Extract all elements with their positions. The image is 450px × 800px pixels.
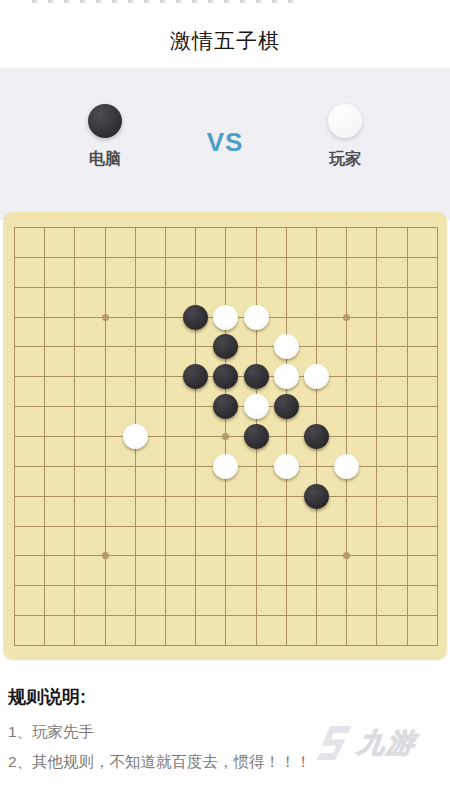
- app-header: 激情五子棋: [0, 0, 450, 68]
- black-stone: [244, 424, 269, 449]
- white-stone: [274, 334, 299, 359]
- black-stone: [183, 305, 208, 330]
- black-stone: [183, 364, 208, 389]
- rules-heading: 规则说明:: [8, 686, 442, 708]
- star-point: [102, 552, 109, 559]
- white-stone: [244, 305, 269, 330]
- white-stone: [334, 454, 359, 479]
- team-player-label: 玩家: [329, 149, 361, 170]
- app-screen: 激情五子棋 电脑 VS 玩家 规则说明: 1、玩家先手 2、其他规则，不知道就百…: [0, 0, 450, 800]
- gomoku-board[interactable]: [3, 212, 447, 660]
- white-stone: [244, 394, 269, 419]
- rules-section: 规则说明: 1、玩家先手 2、其他规则，不知道就百度去，惯得！！！: [0, 660, 450, 777]
- star-point: [102, 314, 109, 321]
- white-stone: [274, 364, 299, 389]
- star-point: [343, 314, 350, 321]
- team-computer: 电脑: [60, 104, 150, 170]
- black-stone: [274, 394, 299, 419]
- black-stone: [304, 424, 329, 449]
- black-stone: [213, 364, 238, 389]
- team-player: 玩家: [300, 104, 390, 170]
- black-stone: [244, 364, 269, 389]
- vs-panel: 电脑 VS 玩家: [0, 68, 450, 220]
- board-intersections: [0, 213, 450, 661]
- vs-label: VS: [207, 128, 244, 156]
- black-stone: [304, 484, 329, 509]
- white-stone: [274, 454, 299, 479]
- white-stone: [123, 424, 148, 449]
- white-stone: [213, 305, 238, 330]
- black-stone: [213, 334, 238, 359]
- statusbar-remnant: [32, 0, 302, 3]
- rule-item-2: 2、其他规则，不知道就百度去，惯得！！！: [8, 747, 442, 777]
- star-point: [222, 433, 229, 440]
- team-computer-label: 电脑: [89, 149, 121, 170]
- rule-item-1: 1、玩家先手: [8, 717, 442, 747]
- star-point: [343, 552, 350, 559]
- white-stone: [304, 364, 329, 389]
- white-stone: [213, 454, 238, 479]
- black-stone-icon: [88, 104, 122, 138]
- page-title: 激情五子棋: [0, 30, 450, 52]
- black-stone: [213, 394, 238, 419]
- white-stone-icon: [328, 104, 362, 138]
